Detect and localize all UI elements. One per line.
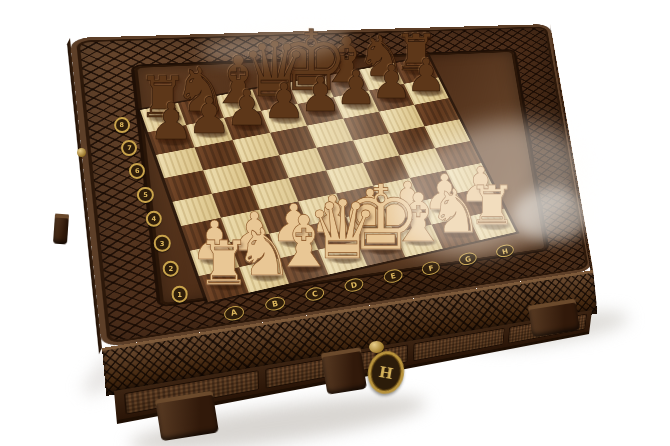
rank-label-7: 7 bbox=[121, 140, 137, 156]
rank-label-8: 8 bbox=[114, 117, 130, 133]
brass-pin bbox=[77, 148, 86, 157]
box-foot-center bbox=[321, 347, 367, 395]
rank-label-2: 2 bbox=[163, 260, 180, 277]
rank-label-6: 6 bbox=[129, 163, 145, 179]
box-foot-back bbox=[53, 214, 69, 245]
rank-label-1: 1 bbox=[171, 286, 188, 303]
box-foot-left bbox=[155, 391, 219, 442]
medallion-letter: H bbox=[377, 362, 394, 382]
piece-glyph: ♟ bbox=[148, 97, 194, 148]
chess-box-photo: 12345678ABCDEFGH ♜♞♝♛♚♝♞♜♟♟♟♟♟♟♟♟♟♟♟♟♟♟♟… bbox=[0, 0, 670, 446]
piece-glyph: ♜ bbox=[197, 234, 251, 294]
